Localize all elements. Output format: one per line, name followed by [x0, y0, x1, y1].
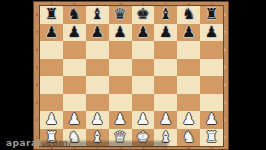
piece-white-pawn: ♟ — [113, 112, 126, 127]
square-a7[interactable]: ♟ — [40, 24, 63, 42]
square-e3[interactable] — [132, 94, 155, 112]
piece-black-knight: ♞ — [68, 7, 81, 22]
square-c4[interactable] — [86, 76, 109, 94]
square-h4[interactable] — [200, 76, 223, 94]
square-g1[interactable]: ♞ — [177, 129, 200, 147]
rank-label-6: 6 — [35, 45, 38, 55]
square-h8[interactable]: ♜ — [200, 6, 223, 24]
piece-white-pawn: ♟ — [45, 112, 58, 127]
square-b6[interactable] — [63, 41, 86, 59]
square-e7[interactable]: ♟ — [132, 24, 155, 42]
square-a5[interactable] — [40, 59, 63, 77]
square-b5[interactable] — [63, 59, 86, 77]
piece-black-bishop: ♝ — [159, 7, 172, 22]
piece-black-rook: ♜ — [205, 7, 218, 22]
piece-black-pawn: ♟ — [113, 25, 126, 40]
piece-black-pawn: ♟ — [45, 25, 58, 40]
square-h1[interactable]: ♜ — [200, 129, 223, 147]
square-h6[interactable] — [200, 41, 223, 59]
square-c8[interactable]: ♝ — [86, 6, 109, 24]
file-label-d: d — [114, 147, 127, 149]
square-g7[interactable]: ♟ — [177, 24, 200, 42]
square-c7[interactable]: ♟ — [86, 24, 109, 42]
rank-label-3: 3 — [35, 97, 38, 107]
rank-label-2: 2 — [223, 115, 226, 125]
piece-white-pawn: ♟ — [68, 112, 81, 127]
square-d5[interactable] — [109, 59, 132, 77]
rank-label-5: 5 — [223, 62, 226, 72]
piece-black-pawn: ♟ — [90, 25, 103, 40]
piece-black-pawn: ♟ — [159, 25, 172, 40]
square-d3[interactable] — [109, 94, 132, 112]
square-c5[interactable] — [86, 59, 109, 77]
square-g3[interactable] — [177, 94, 200, 112]
rank-label-3: 3 — [223, 97, 226, 107]
rank-label-1: 1 — [223, 132, 226, 142]
piece-black-pawn: ♟ — [205, 25, 218, 40]
square-e6[interactable] — [132, 41, 155, 59]
chess-board-frame: abcdefgh abcdefgh 87654321 87654321 ♜♞♝♛… — [33, 1, 229, 150]
square-c3[interactable] — [86, 94, 109, 112]
piece-white-knight: ♞ — [182, 130, 195, 145]
square-g6[interactable] — [177, 41, 200, 59]
file-label-e: e — [137, 147, 150, 149]
square-d7[interactable]: ♟ — [109, 24, 132, 42]
piece-black-pawn: ♟ — [182, 25, 195, 40]
square-f4[interactable] — [154, 76, 177, 94]
piece-black-rook: ♜ — [45, 7, 58, 22]
square-b4[interactable] — [63, 76, 86, 94]
piece-white-pawn: ♟ — [182, 112, 195, 127]
rank-label-7: 7 — [223, 27, 226, 37]
rank-label-5: 5 — [35, 62, 38, 72]
piece-black-pawn: ♟ — [68, 25, 81, 40]
square-f7[interactable]: ♟ — [154, 24, 177, 42]
square-b8[interactable]: ♞ — [63, 6, 86, 24]
square-a4[interactable] — [40, 76, 63, 94]
file-label-c: c — [91, 147, 104, 149]
rank-label-2: 2 — [35, 115, 38, 125]
square-g4[interactable] — [177, 76, 200, 94]
square-b2[interactable]: ♟ — [63, 111, 86, 129]
square-b7[interactable]: ♟ — [63, 24, 86, 42]
square-c2[interactable]: ♟ — [86, 111, 109, 129]
square-a2[interactable]: ♟ — [40, 111, 63, 129]
square-e8[interactable]: ♚ — [132, 6, 155, 24]
piece-white-pawn: ♟ — [205, 112, 218, 127]
square-h7[interactable]: ♟ — [200, 24, 223, 42]
piece-white-pawn: ♟ — [136, 112, 149, 127]
square-g2[interactable]: ♟ — [177, 111, 200, 129]
square-g5[interactable] — [177, 59, 200, 77]
square-d6[interactable] — [109, 41, 132, 59]
piece-black-knight: ♞ — [182, 7, 195, 22]
square-h3[interactable] — [200, 94, 223, 112]
watermark: aparat.com/ — [6, 138, 73, 148]
file-label-h: h — [205, 147, 218, 149]
square-c6[interactable] — [86, 41, 109, 59]
file-label-g: g — [182, 147, 195, 149]
square-f3[interactable] — [154, 94, 177, 112]
piece-black-bishop: ♝ — [90, 7, 103, 22]
square-a8[interactable]: ♜ — [40, 6, 63, 24]
square-d4[interactable] — [109, 76, 132, 94]
piece-white-pawn: ♟ — [90, 112, 103, 127]
piece-white-pawn: ♟ — [159, 112, 172, 127]
square-f2[interactable]: ♟ — [154, 111, 177, 129]
rank-label-7: 7 — [35, 27, 38, 37]
square-a6[interactable] — [40, 41, 63, 59]
square-f6[interactable] — [154, 41, 177, 59]
rank-label-8: 8 — [223, 10, 226, 20]
piece-white-rook: ♜ — [205, 130, 218, 145]
square-d8[interactable]: ♛ — [109, 6, 132, 24]
piece-black-queen: ♛ — [113, 7, 126, 22]
rank-label-4: 4 — [35, 80, 38, 90]
chess-board: ♜♞♝♛♚♝♞♜♟♟♟♟♟♟♟♟♟♟♟♟♟♟♟♟♜♞♝♛♚♝♞♜ — [40, 6, 223, 146]
square-f8[interactable]: ♝ — [154, 6, 177, 24]
square-h5[interactable] — [200, 59, 223, 77]
square-e5[interactable] — [132, 59, 155, 77]
rank-label-8: 8 — [35, 10, 38, 20]
rank-label-6: 6 — [223, 45, 226, 55]
piece-black-pawn: ♟ — [136, 25, 149, 40]
square-f5[interactable] — [154, 59, 177, 77]
square-d2[interactable]: ♟ — [109, 111, 132, 129]
square-b3[interactable] — [63, 94, 86, 112]
square-h2[interactable]: ♟ — [200, 111, 223, 129]
watermark-main: aparat — [6, 138, 42, 148]
square-g8[interactable]: ♞ — [177, 6, 200, 24]
file-label-f: f — [160, 147, 173, 149]
square-a3[interactable] — [40, 94, 63, 112]
rank-label-4: 4 — [223, 80, 226, 90]
square-e2[interactable]: ♟ — [132, 111, 155, 129]
watermark-tail: .com/ — [42, 138, 72, 148]
square-e4[interactable] — [132, 76, 155, 94]
piece-black-king: ♚ — [136, 7, 149, 22]
